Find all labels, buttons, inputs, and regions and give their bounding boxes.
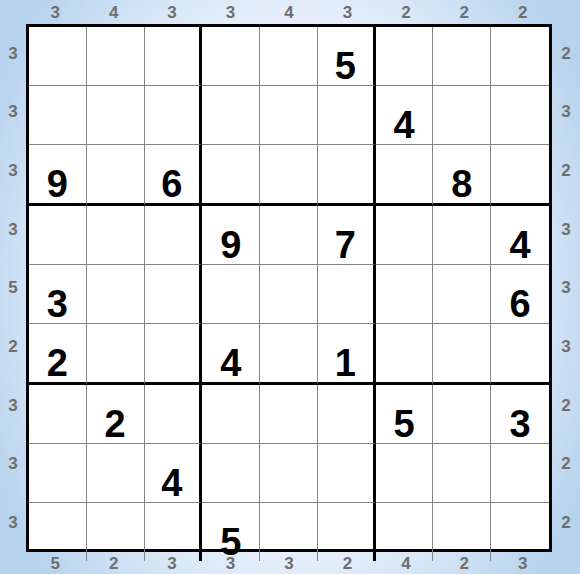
- top-clue-label: 2: [435, 0, 493, 24]
- top-clue-label: 3: [318, 0, 376, 24]
- sudoku-cell-given: 9: [202, 206, 260, 265]
- sudoku-cell-given: 9: [29, 145, 87, 206]
- sudoku-cell[interactable]: [87, 206, 145, 265]
- sudoku-cell-given: 4: [145, 444, 203, 503]
- sudoku-cell[interactable]: [145, 206, 203, 265]
- sudoku-cell[interactable]: [87, 324, 145, 385]
- bottom-clues: 523332423: [26, 552, 552, 574]
- sudoku-cell[interactable]: [29, 86, 87, 145]
- sudoku-cell-given: 4: [202, 324, 260, 385]
- sudoku-cell[interactable]: [318, 444, 376, 503]
- right-clue-label: 3: [552, 83, 580, 142]
- sudoku-cell-given: 7: [318, 206, 376, 265]
- sudoku-cell[interactable]: [145, 385, 203, 444]
- right-clues: 232333222: [552, 24, 580, 552]
- left-clue-label: 3: [0, 200, 26, 259]
- top-clue-label: 3: [201, 0, 259, 24]
- bottom-clue-label: 3: [260, 552, 318, 574]
- bottom-clue-label: 3: [494, 552, 552, 574]
- top-clue-label: 2: [377, 0, 435, 24]
- sudoku-cell[interactable]: [202, 385, 260, 444]
- sudoku-cell[interactable]: [145, 324, 203, 385]
- right-clue-label: 2: [552, 435, 580, 494]
- right-clue-label: 3: [552, 317, 580, 376]
- right-clue-label: 2: [552, 141, 580, 200]
- sudoku-cell[interactable]: [87, 265, 145, 324]
- sudoku-cell[interactable]: [87, 27, 145, 86]
- sudoku-cell[interactable]: [433, 27, 491, 86]
- sudoku-cell[interactable]: [433, 444, 491, 503]
- sudoku-cell[interactable]: [202, 145, 260, 206]
- sudoku-cell-given: 2: [87, 385, 145, 444]
- sudoku-cell[interactable]: [318, 86, 376, 145]
- sudoku-cell[interactable]: [87, 444, 145, 503]
- sudoku-cell[interactable]: [376, 27, 434, 86]
- sudoku-cell-given: 3: [29, 265, 87, 324]
- sudoku-cell-given: 4: [376, 86, 434, 145]
- top-clues: 343343222: [26, 0, 552, 24]
- right-clue-label: 2: [552, 376, 580, 435]
- sudoku-cell-given: 4: [491, 206, 549, 265]
- sudoku-cell[interactable]: [376, 206, 434, 265]
- right-clue-label: 2: [552, 493, 580, 552]
- bottom-clue-label: 2: [84, 552, 142, 574]
- puzzle-canvas: 343343222 333352333 549689743624125345 2…: [0, 0, 580, 574]
- sudoku-cell[interactable]: [318, 265, 376, 324]
- top-clue-label: 2: [494, 0, 552, 24]
- sudoku-cell[interactable]: [145, 265, 203, 324]
- sudoku-cell[interactable]: [433, 265, 491, 324]
- sudoku-cell[interactable]: [491, 444, 549, 503]
- sudoku-cell[interactable]: [433, 385, 491, 444]
- left-clue-label: 3: [0, 376, 26, 435]
- sudoku-cell-given: 3: [491, 385, 549, 444]
- right-clue-label: 3: [552, 259, 580, 318]
- sudoku-cell-given: 8: [433, 145, 491, 206]
- sudoku-cell[interactable]: [29, 206, 87, 265]
- left-clues: 333352333: [0, 24, 26, 552]
- top-clue-label: 4: [84, 0, 142, 24]
- bottom-clue-label: 3: [143, 552, 201, 574]
- sudoku-cell[interactable]: [29, 444, 87, 503]
- bottom-clue-label: 3: [201, 552, 259, 574]
- sudoku-cell-given: 1: [318, 324, 376, 385]
- bottom-clue-label: 2: [318, 552, 376, 574]
- sudoku-cell[interactable]: [202, 27, 260, 86]
- sudoku-cell-given: 5: [376, 385, 434, 444]
- left-clue-label: 3: [0, 24, 26, 83]
- sudoku-cell[interactable]: [87, 86, 145, 145]
- bottom-clue-label: 4: [377, 552, 435, 574]
- bottom-clue-label: 2: [435, 552, 493, 574]
- left-clue-label: 3: [0, 493, 26, 552]
- sudoku-cell[interactable]: [376, 324, 434, 385]
- sudoku-cell[interactable]: [87, 145, 145, 206]
- sudoku-cell[interactable]: [260, 27, 318, 86]
- sudoku-cell[interactable]: [433, 324, 491, 385]
- sudoku-cell[interactable]: [202, 86, 260, 145]
- sudoku-cell[interactable]: [376, 444, 434, 503]
- bottom-clue-label: 5: [26, 552, 84, 574]
- sudoku-cell-given: 2: [29, 324, 87, 385]
- top-clue-label: 3: [143, 0, 201, 24]
- sudoku-cell[interactable]: [433, 86, 491, 145]
- sudoku-cell[interactable]: [260, 324, 318, 385]
- sudoku-cell[interactable]: [376, 145, 434, 206]
- left-clue-label: 3: [0, 435, 26, 494]
- sudoku-cell[interactable]: [318, 385, 376, 444]
- sudoku-cell[interactable]: [29, 385, 87, 444]
- left-clue-label: 3: [0, 141, 26, 200]
- sudoku-cell[interactable]: [260, 385, 318, 444]
- sudoku-cell[interactable]: [260, 145, 318, 206]
- sudoku-cell[interactable]: [491, 145, 549, 206]
- left-clue-label: 2: [0, 317, 26, 376]
- sudoku-cell-given: 6: [491, 265, 549, 324]
- top-clue-label: 4: [260, 0, 318, 24]
- sudoku-cell[interactable]: [145, 86, 203, 145]
- sudoku-board: 549689743624125345: [26, 24, 552, 552]
- right-clue-label: 3: [552, 200, 580, 259]
- sudoku-cell-given: 5: [318, 27, 376, 86]
- sudoku-cell[interactable]: [29, 27, 87, 86]
- sudoku-cell[interactable]: [260, 265, 318, 324]
- sudoku-cell-given: 6: [145, 145, 203, 206]
- top-clue-label: 3: [26, 0, 84, 24]
- sudoku-cell[interactable]: [318, 145, 376, 206]
- sudoku-cell[interactable]: [260, 444, 318, 503]
- right-clue-label: 2: [552, 24, 580, 83]
- sudoku-cell[interactable]: [433, 206, 491, 265]
- sudoku-cell[interactable]: [260, 206, 318, 265]
- left-clue-label: 5: [0, 259, 26, 318]
- sudoku-cell[interactable]: [491, 324, 549, 385]
- left-clue-label: 3: [0, 83, 26, 142]
- sudoku-cell[interactable]: [202, 265, 260, 324]
- sudoku-cell[interactable]: [376, 265, 434, 324]
- sudoku-cell[interactable]: [145, 27, 203, 86]
- sudoku-cell[interactable]: [202, 444, 260, 503]
- sudoku-cell[interactable]: [491, 27, 549, 86]
- sudoku-cell[interactable]: [491, 86, 549, 145]
- sudoku-cell[interactable]: [260, 86, 318, 145]
